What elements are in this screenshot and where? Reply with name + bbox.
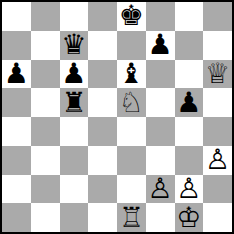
- square-h1[interactable]: [203, 203, 232, 232]
- square-b4[interactable]: [31, 117, 60, 146]
- square-f5[interactable]: [146, 88, 175, 117]
- square-c6[interactable]: ♟: [60, 60, 89, 89]
- square-f2[interactable]: ♙: [146, 175, 175, 204]
- chess-board: ♚♛♟♟♟♝♕♜♘♟♙♙♙♖♔: [2, 2, 232, 232]
- square-h5[interactable]: [203, 88, 232, 117]
- square-b8[interactable]: [31, 2, 60, 31]
- square-g6[interactable]: [175, 60, 204, 89]
- square-f7[interactable]: ♟: [146, 31, 175, 60]
- piece-wR-e1: ♖: [119, 204, 144, 232]
- chess-board-frame: ♚♛♟♟♟♝♕♜♘♟♙♙♙♖♔: [0, 0, 234, 234]
- square-h2[interactable]: [203, 175, 232, 204]
- piece-wP-g2: ♙: [176, 175, 201, 203]
- piece-wP-f2: ♙: [148, 175, 173, 203]
- square-e4[interactable]: [117, 117, 146, 146]
- piece-wQ-h6: ♕: [205, 60, 230, 88]
- square-f1[interactable]: [146, 203, 175, 232]
- square-d8[interactable]: [88, 2, 117, 31]
- square-a4[interactable]: [2, 117, 31, 146]
- square-b2[interactable]: [31, 175, 60, 204]
- square-e3[interactable]: [117, 146, 146, 175]
- piece-wP-h3: ♙: [205, 146, 230, 174]
- square-e6[interactable]: ♝: [117, 60, 146, 89]
- square-f3[interactable]: [146, 146, 175, 175]
- square-d1[interactable]: [88, 203, 117, 232]
- square-a3[interactable]: [2, 146, 31, 175]
- square-a5[interactable]: [2, 88, 31, 117]
- square-b1[interactable]: [31, 203, 60, 232]
- square-b6[interactable]: [31, 60, 60, 89]
- square-f8[interactable]: [146, 2, 175, 31]
- piece-bP-g5: ♟: [176, 89, 201, 117]
- square-h8[interactable]: [203, 2, 232, 31]
- square-c2[interactable]: [60, 175, 89, 204]
- square-c5[interactable]: ♜: [60, 88, 89, 117]
- square-g8[interactable]: [175, 2, 204, 31]
- square-e2[interactable]: [117, 175, 146, 204]
- piece-wK-g1: ♔: [176, 204, 201, 232]
- piece-bQ-c7: ♛: [61, 31, 86, 59]
- square-d3[interactable]: [88, 146, 117, 175]
- piece-wN-e5: ♘: [119, 89, 144, 117]
- square-e8[interactable]: ♚: [117, 2, 146, 31]
- square-h7[interactable]: [203, 31, 232, 60]
- square-g7[interactable]: [175, 31, 204, 60]
- square-e5[interactable]: ♘: [117, 88, 146, 117]
- square-c1[interactable]: [60, 203, 89, 232]
- piece-bR-c5: ♜: [61, 89, 86, 117]
- square-b3[interactable]: [31, 146, 60, 175]
- square-e7[interactable]: [117, 31, 146, 60]
- square-g4[interactable]: [175, 117, 204, 146]
- square-c3[interactable]: [60, 146, 89, 175]
- piece-bP-f7: ♟: [148, 31, 173, 59]
- piece-bP-a6: ♟: [4, 60, 29, 88]
- square-c4[interactable]: [60, 117, 89, 146]
- square-g2[interactable]: ♙: [175, 175, 204, 204]
- square-a7[interactable]: [2, 31, 31, 60]
- piece-bK-e8: ♚: [119, 2, 144, 30]
- square-b7[interactable]: [31, 31, 60, 60]
- piece-bB-e6: ♝: [119, 60, 144, 88]
- square-a1[interactable]: [2, 203, 31, 232]
- square-g3[interactable]: [175, 146, 204, 175]
- square-e1[interactable]: ♖: [117, 203, 146, 232]
- square-h6[interactable]: ♕: [203, 60, 232, 89]
- square-g5[interactable]: ♟: [175, 88, 204, 117]
- square-g1[interactable]: ♔: [175, 203, 204, 232]
- square-f4[interactable]: [146, 117, 175, 146]
- square-a2[interactable]: [2, 175, 31, 204]
- square-d4[interactable]: [88, 117, 117, 146]
- square-b5[interactable]: [31, 88, 60, 117]
- square-a6[interactable]: ♟: [2, 60, 31, 89]
- square-c7[interactable]: ♛: [60, 31, 89, 60]
- square-c8[interactable]: [60, 2, 89, 31]
- square-h3[interactable]: ♙: [203, 146, 232, 175]
- square-a8[interactable]: [2, 2, 31, 31]
- square-d2[interactable]: [88, 175, 117, 204]
- square-d6[interactable]: [88, 60, 117, 89]
- square-d7[interactable]: [88, 31, 117, 60]
- square-d5[interactable]: [88, 88, 117, 117]
- square-f6[interactable]: [146, 60, 175, 89]
- piece-bP-c6: ♟: [61, 60, 86, 88]
- square-h4[interactable]: [203, 117, 232, 146]
